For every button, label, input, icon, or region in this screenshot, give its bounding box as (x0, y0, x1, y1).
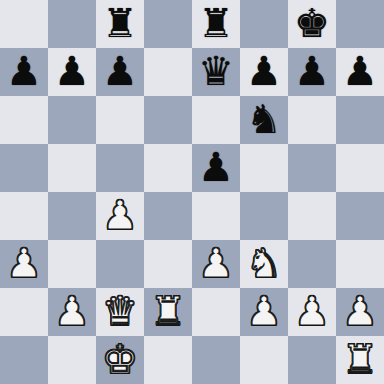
square-a5[interactable] (0, 144, 48, 192)
white-king[interactable]: ♚ (102, 335, 138, 383)
square-d1[interactable] (144, 336, 192, 384)
square-e2[interactable] (192, 288, 240, 336)
black-rook[interactable]: ♜ (102, 0, 138, 47)
white-pawn[interactable]: ♟ (6, 239, 42, 287)
square-a2[interactable] (0, 288, 48, 336)
square-f1[interactable] (240, 336, 288, 384)
square-d7[interactable] (144, 48, 192, 96)
square-f8[interactable] (240, 0, 288, 48)
black-pawn[interactable]: ♟ (102, 47, 138, 95)
square-g1[interactable] (288, 336, 336, 384)
square-f3[interactable]: ♞ (240, 240, 288, 288)
square-g8[interactable]: ♚ (288, 0, 336, 48)
square-b3[interactable] (48, 240, 96, 288)
square-e6[interactable] (192, 96, 240, 144)
black-knight[interactable]: ♞ (246, 95, 282, 143)
square-h7[interactable]: ♟ (336, 48, 384, 96)
white-knight[interactable]: ♞ (246, 239, 282, 287)
black-pawn[interactable]: ♟ (246, 47, 282, 95)
square-f5[interactable] (240, 144, 288, 192)
square-f2[interactable]: ♟ (240, 288, 288, 336)
square-d8[interactable] (144, 0, 192, 48)
square-g3[interactable] (288, 240, 336, 288)
square-e4[interactable] (192, 192, 240, 240)
square-c5[interactable] (96, 144, 144, 192)
square-e7[interactable]: ♛ (192, 48, 240, 96)
square-b5[interactable] (48, 144, 96, 192)
square-a6[interactable] (0, 96, 48, 144)
white-pawn[interactable]: ♟ (198, 239, 234, 287)
square-d5[interactable] (144, 144, 192, 192)
white-pawn[interactable]: ♟ (246, 287, 282, 335)
square-g7[interactable]: ♟ (288, 48, 336, 96)
square-g4[interactable] (288, 192, 336, 240)
square-h5[interactable] (336, 144, 384, 192)
square-c3[interactable] (96, 240, 144, 288)
square-h2[interactable]: ♟ (336, 288, 384, 336)
white-rook[interactable]: ♜ (342, 335, 378, 383)
square-g2[interactable]: ♟ (288, 288, 336, 336)
black-pawn[interactable]: ♟ (342, 47, 378, 95)
chess-board: ♜♜♚♟♟♟♛♟♟♟♞♟♟♟♟♞♟♛♜♟♟♟♚♜ (0, 0, 384, 384)
black-king[interactable]: ♚ (294, 0, 330, 47)
square-b8[interactable] (48, 0, 96, 48)
white-rook[interactable]: ♜ (150, 287, 186, 335)
square-f7[interactable]: ♟ (240, 48, 288, 96)
square-h3[interactable] (336, 240, 384, 288)
square-f6[interactable]: ♞ (240, 96, 288, 144)
square-d2[interactable]: ♜ (144, 288, 192, 336)
square-c4[interactable]: ♟ (96, 192, 144, 240)
square-c6[interactable] (96, 96, 144, 144)
square-h8[interactable] (336, 0, 384, 48)
white-pawn[interactable]: ♟ (102, 191, 138, 239)
square-c2[interactable]: ♛ (96, 288, 144, 336)
square-h4[interactable] (336, 192, 384, 240)
square-f4[interactable] (240, 192, 288, 240)
square-b6[interactable] (48, 96, 96, 144)
square-a7[interactable]: ♟ (0, 48, 48, 96)
square-d3[interactable] (144, 240, 192, 288)
black-pawn[interactable]: ♟ (54, 47, 90, 95)
black-queen[interactable]: ♛ (198, 47, 234, 95)
square-a4[interactable] (0, 192, 48, 240)
square-g5[interactable] (288, 144, 336, 192)
square-b7[interactable]: ♟ (48, 48, 96, 96)
square-e3[interactable]: ♟ (192, 240, 240, 288)
square-b1[interactable] (48, 336, 96, 384)
square-h1[interactable]: ♜ (336, 336, 384, 384)
square-b4[interactable] (48, 192, 96, 240)
black-pawn[interactable]: ♟ (6, 47, 42, 95)
square-d4[interactable] (144, 192, 192, 240)
square-d6[interactable] (144, 96, 192, 144)
square-e5[interactable]: ♟ (192, 144, 240, 192)
white-pawn[interactable]: ♟ (294, 287, 330, 335)
square-c1[interactable]: ♚ (96, 336, 144, 384)
white-pawn[interactable]: ♟ (342, 287, 378, 335)
square-g6[interactable] (288, 96, 336, 144)
black-rook[interactable]: ♜ (198, 0, 234, 47)
square-e1[interactable] (192, 336, 240, 384)
square-e8[interactable]: ♜ (192, 0, 240, 48)
white-queen[interactable]: ♛ (102, 287, 138, 335)
square-h6[interactable] (336, 96, 384, 144)
square-b2[interactable]: ♟ (48, 288, 96, 336)
square-a3[interactable]: ♟ (0, 240, 48, 288)
square-a8[interactable] (0, 0, 48, 48)
black-pawn[interactable]: ♟ (198, 143, 234, 191)
square-c8[interactable]: ♜ (96, 0, 144, 48)
white-pawn[interactable]: ♟ (54, 287, 90, 335)
square-a1[interactable] (0, 336, 48, 384)
square-c7[interactable]: ♟ (96, 48, 144, 96)
black-pawn[interactable]: ♟ (294, 47, 330, 95)
